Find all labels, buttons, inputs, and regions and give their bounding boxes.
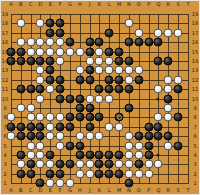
column-label-bottom: A bbox=[9, 188, 12, 193]
white-stone-O2 bbox=[134, 169, 143, 178]
white-stone-H2 bbox=[75, 169, 84, 178]
black-stone-B4 bbox=[16, 151, 25, 160]
white-stone-M3 bbox=[115, 160, 124, 169]
white-stone-B3 bbox=[16, 160, 25, 169]
white-stone-Q11 bbox=[154, 85, 163, 94]
column-label-top: B bbox=[19, 2, 22, 7]
black-stone-S8 bbox=[174, 113, 183, 122]
black-stone-C7 bbox=[26, 122, 35, 131]
row-label-right: 9 bbox=[193, 106, 196, 111]
black-stone-K16 bbox=[95, 38, 104, 47]
row-label-right: 5 bbox=[193, 143, 196, 148]
white-stone-F16 bbox=[56, 38, 65, 47]
white-stone-L14 bbox=[105, 57, 114, 66]
black-stone-N11 bbox=[124, 85, 133, 94]
black-stone-A15 bbox=[7, 47, 16, 56]
black-stone-D7 bbox=[36, 122, 45, 131]
black-stone-F7 bbox=[56, 122, 65, 131]
column-label-top: D bbox=[39, 2, 43, 7]
black-stone-G10 bbox=[65, 94, 74, 103]
column-label-top: N bbox=[127, 2, 131, 7]
grid-line-vertical bbox=[178, 14, 179, 184]
black-stone-B14 bbox=[16, 57, 25, 66]
white-stone-A8 bbox=[7, 113, 16, 122]
black-stone-J13 bbox=[85, 66, 94, 75]
black-stone-H10 bbox=[75, 94, 84, 103]
white-stone-Q3 bbox=[154, 160, 163, 169]
white-stone-N18 bbox=[124, 19, 133, 28]
white-stone-L13 bbox=[105, 66, 114, 75]
row-label-right: 14 bbox=[192, 59, 198, 64]
black-stone-E13 bbox=[46, 66, 55, 75]
row-label-left: 13 bbox=[2, 68, 8, 73]
column-label-top: O bbox=[137, 2, 141, 7]
black-stone-M12 bbox=[115, 75, 124, 84]
black-stone-F17 bbox=[56, 28, 65, 37]
black-stone-P4 bbox=[144, 151, 153, 160]
column-label-bottom: G bbox=[68, 188, 72, 193]
white-stone-H15 bbox=[75, 47, 84, 56]
black-stone-N16 bbox=[124, 38, 133, 47]
black-stone-D6 bbox=[36, 132, 45, 141]
white-stone-B18 bbox=[16, 19, 25, 28]
hoshi-point bbox=[157, 154, 160, 157]
black-stone-F12 bbox=[56, 75, 65, 84]
row-label-left: 9 bbox=[3, 106, 6, 111]
black-stone-M14 bbox=[115, 57, 124, 66]
black-stone-P6 bbox=[144, 132, 153, 141]
hoshi-point bbox=[157, 97, 160, 100]
white-stone-Q8 bbox=[154, 113, 163, 122]
black-stone-C2 bbox=[26, 169, 35, 178]
row-label-left: 10 bbox=[2, 96, 8, 101]
white-stone-L10 bbox=[105, 94, 114, 103]
row-label-right: 2 bbox=[193, 171, 196, 176]
white-stone-E7 bbox=[46, 122, 55, 131]
column-label-top: H bbox=[78, 2, 82, 7]
black-stone-E4 bbox=[46, 151, 55, 160]
row-label-right: 6 bbox=[193, 134, 196, 139]
white-stone-E11 bbox=[46, 85, 55, 94]
black-stone-J7 bbox=[85, 122, 94, 131]
column-label-top: T bbox=[186, 2, 189, 7]
black-stone-B6 bbox=[16, 132, 25, 141]
column-label-top: F bbox=[59, 2, 62, 7]
black-stone-F18 bbox=[56, 19, 65, 28]
white-stone-P3 bbox=[144, 160, 153, 169]
white-stone-A6 bbox=[7, 132, 16, 141]
black-stone-D11 bbox=[36, 85, 45, 94]
white-stone-R11 bbox=[164, 85, 173, 94]
white-stone-N2 bbox=[124, 169, 133, 178]
white-stone-O17 bbox=[134, 28, 143, 37]
black-stone-J4 bbox=[85, 151, 94, 160]
white-stone-O5 bbox=[134, 141, 143, 150]
black-stone-H4 bbox=[75, 151, 84, 160]
white-stone-D8 bbox=[36, 113, 45, 122]
black-stone-N9 bbox=[124, 104, 133, 113]
black-stone-C11 bbox=[26, 85, 35, 94]
row-label-right: 17 bbox=[192, 30, 198, 35]
black-stone-M11 bbox=[115, 85, 124, 94]
column-label-top: C bbox=[29, 2, 33, 7]
column-label-bottom: Q bbox=[157, 188, 161, 193]
black-stone-O12 bbox=[134, 75, 143, 84]
black-stone-C6 bbox=[26, 132, 35, 141]
column-label-top: E bbox=[49, 2, 52, 7]
white-stone-P2 bbox=[144, 169, 153, 178]
column-label-top: K bbox=[98, 2, 101, 7]
white-stone-F15 bbox=[56, 47, 65, 56]
row-label-right: 16 bbox=[192, 40, 198, 45]
row-label-left: 12 bbox=[2, 77, 8, 82]
column-label-bottom: J bbox=[89, 188, 90, 193]
white-stone-N4 bbox=[124, 151, 133, 160]
white-stone-D15 bbox=[36, 47, 45, 56]
row-label-left: 19 bbox=[2, 12, 8, 17]
black-stone-L12 bbox=[105, 75, 114, 84]
black-stone-Q6 bbox=[154, 132, 163, 141]
row-label-right: 18 bbox=[192, 21, 198, 26]
white-stone-C4 bbox=[26, 151, 35, 160]
column-label-bottom: E bbox=[49, 188, 52, 193]
white-stone-D10 bbox=[36, 94, 45, 103]
black-stone-G8 bbox=[65, 113, 74, 122]
white-stone-F8 bbox=[56, 113, 65, 122]
column-label-top: R bbox=[167, 2, 170, 7]
white-stone-S12 bbox=[174, 75, 183, 84]
black-stone-Q16 bbox=[154, 38, 163, 47]
white-stone-D18 bbox=[36, 19, 45, 28]
white-stone-E8 bbox=[46, 113, 55, 122]
row-label-right: 13 bbox=[192, 68, 198, 73]
column-label-top: J bbox=[89, 2, 90, 7]
white-stone-O4 bbox=[134, 151, 143, 160]
white-stone-F6 bbox=[56, 132, 65, 141]
white-stone-C15 bbox=[26, 47, 35, 56]
column-label-bottom: M bbox=[117, 188, 121, 193]
black-stone-J15 bbox=[85, 47, 94, 56]
white-stone-N6 bbox=[124, 132, 133, 141]
black-stone-F10 bbox=[56, 94, 65, 103]
white-stone-H13 bbox=[75, 66, 84, 75]
row-label-right: 4 bbox=[193, 153, 196, 158]
white-stone-G15 bbox=[65, 47, 74, 56]
row-label-left: 2 bbox=[3, 171, 6, 176]
white-stone-D13 bbox=[36, 66, 45, 75]
black-stone-M15 bbox=[115, 47, 124, 56]
black-stone-J9 bbox=[85, 104, 94, 113]
white-stone-F14 bbox=[56, 57, 65, 66]
white-stone-M7 bbox=[115, 122, 124, 131]
white-stone-E15 bbox=[46, 47, 55, 56]
column-label-bottom: C bbox=[29, 188, 33, 193]
black-stone-K4 bbox=[95, 151, 104, 160]
white-stone-C8 bbox=[26, 113, 35, 122]
white-stone-O13 bbox=[134, 66, 143, 75]
black-stone-G3 bbox=[65, 160, 74, 169]
black-stone-R10 bbox=[164, 94, 173, 103]
white-stone-B9 bbox=[16, 104, 25, 113]
row-label-left: 5 bbox=[3, 143, 6, 148]
white-stone-E1 bbox=[46, 179, 55, 188]
black-stone-B7 bbox=[16, 122, 25, 131]
white-stone-K13 bbox=[95, 66, 104, 75]
row-label-left: 11 bbox=[2, 87, 8, 92]
black-stone-L15 bbox=[105, 47, 114, 56]
grid-line-horizontal bbox=[11, 108, 189, 109]
white-stone-D4 bbox=[36, 151, 45, 160]
black-stone-Q14 bbox=[154, 57, 163, 66]
white-stone-B16 bbox=[16, 38, 25, 47]
black-stone-L4 bbox=[105, 151, 114, 160]
row-label-right: 3 bbox=[193, 162, 196, 167]
white-stone-F5 bbox=[56, 141, 65, 150]
row-label-right: 7 bbox=[193, 124, 196, 129]
black-stone-H12 bbox=[75, 75, 84, 84]
black-stone-S5 bbox=[174, 141, 183, 150]
last-move-marker bbox=[117, 115, 122, 120]
white-stone-L7 bbox=[105, 122, 114, 131]
white-stone-C9 bbox=[26, 104, 35, 113]
white-stone-G1 bbox=[65, 179, 74, 188]
black-stone-B15 bbox=[16, 47, 25, 56]
column-label-bottom: F bbox=[59, 188, 62, 193]
white-stone-K15 bbox=[95, 47, 104, 56]
column-label-top: L bbox=[108, 2, 111, 7]
black-stone-L2 bbox=[105, 169, 114, 178]
white-stone-D12 bbox=[36, 75, 45, 84]
column-label-bottom: O bbox=[137, 188, 141, 193]
white-stone-J6 bbox=[85, 132, 94, 141]
white-stone-M13 bbox=[115, 66, 124, 75]
column-label-bottom: N bbox=[127, 188, 131, 193]
black-stone-L11 bbox=[105, 85, 114, 94]
black-stone-K11 bbox=[95, 85, 104, 94]
white-stone-E6 bbox=[46, 132, 55, 141]
black-stone-P5 bbox=[144, 141, 153, 150]
black-stone-M2 bbox=[115, 169, 124, 178]
white-stone-E3 bbox=[46, 160, 55, 169]
column-label-top: G bbox=[68, 2, 72, 7]
black-stone-L17 bbox=[105, 28, 114, 37]
column-label-bottom: T bbox=[186, 188, 189, 193]
white-stone-N13 bbox=[124, 66, 133, 75]
black-stone-G5 bbox=[65, 141, 74, 150]
white-stone-H6 bbox=[75, 132, 84, 141]
black-stone-G7 bbox=[65, 122, 74, 131]
white-stone-N12 bbox=[124, 75, 133, 84]
white-stone-K14 bbox=[95, 57, 104, 66]
white-stone-J14 bbox=[85, 57, 94, 66]
black-stone-E17 bbox=[46, 28, 55, 37]
black-stone-J8 bbox=[85, 113, 94, 122]
column-label-top: S bbox=[177, 2, 180, 7]
black-stone-F2 bbox=[56, 169, 65, 178]
white-stone-R12 bbox=[164, 75, 173, 84]
column-label-top: A bbox=[9, 2, 12, 7]
black-stone-E2 bbox=[46, 169, 55, 178]
black-stone-R14 bbox=[164, 57, 173, 66]
column-label-top: P bbox=[147, 2, 150, 7]
column-label-bottom: D bbox=[39, 188, 43, 193]
marked-black-stone-M8 bbox=[115, 113, 124, 122]
black-stone-B11 bbox=[16, 85, 25, 94]
column-label-bottom: S bbox=[177, 188, 180, 193]
column-label-bottom: P bbox=[147, 188, 150, 193]
black-stone-D14 bbox=[36, 57, 45, 66]
column-label-top: Q bbox=[157, 2, 161, 7]
black-stone-N1 bbox=[124, 179, 133, 188]
black-stone-P16 bbox=[144, 38, 153, 47]
black-stone-S11 bbox=[174, 85, 183, 94]
black-stone-N14 bbox=[124, 57, 133, 66]
column-label-bottom: L bbox=[108, 188, 111, 193]
row-label-right: 1 bbox=[193, 181, 196, 186]
black-stone-L3 bbox=[105, 160, 114, 169]
black-stone-C14 bbox=[26, 57, 35, 66]
grid-line-vertical bbox=[188, 14, 189, 184]
black-stone-J12 bbox=[85, 75, 94, 84]
black-stone-A14 bbox=[7, 57, 16, 66]
go-board-screenshot: AABBCCDDEEFFGGHHJJKKLLMMNNOOPPQQRRSSTT19… bbox=[0, 0, 200, 195]
black-stone-H8 bbox=[75, 113, 84, 122]
white-stone-C5 bbox=[26, 141, 35, 150]
black-stone-O16 bbox=[134, 38, 143, 47]
column-label-bottom: R bbox=[167, 188, 170, 193]
white-stone-D5 bbox=[36, 141, 45, 150]
column-label-top: M bbox=[117, 2, 121, 7]
row-label-right: 19 bbox=[192, 12, 198, 17]
black-stone-H9 bbox=[75, 104, 84, 113]
row-label-right: 15 bbox=[192, 49, 198, 54]
row-label-left: 3 bbox=[3, 162, 6, 167]
white-stone-R5 bbox=[164, 141, 173, 150]
white-stone-R17 bbox=[164, 28, 173, 37]
column-label-bottom: K bbox=[98, 188, 101, 193]
white-stone-R9 bbox=[164, 104, 173, 113]
black-stone-K2 bbox=[95, 169, 104, 178]
white-stone-F1 bbox=[56, 179, 65, 188]
row-label-right: 10 bbox=[192, 96, 198, 101]
white-stone-Q17 bbox=[154, 28, 163, 37]
black-stone-O6 bbox=[134, 132, 143, 141]
white-stone-K10 bbox=[95, 94, 104, 103]
black-stone-M4 bbox=[115, 151, 124, 160]
white-stone-S17 bbox=[174, 28, 183, 37]
row-label-right: 8 bbox=[193, 115, 196, 120]
black-stone-E14 bbox=[46, 57, 55, 66]
black-stone-P7 bbox=[144, 122, 153, 131]
black-stone-K8 bbox=[95, 113, 104, 122]
black-stone-R6 bbox=[164, 132, 173, 141]
black-stone-H5 bbox=[75, 141, 84, 150]
white-stone-C16 bbox=[26, 38, 35, 47]
black-stone-F11 bbox=[56, 85, 65, 94]
white-stone-J2 bbox=[85, 169, 94, 178]
black-stone-J16 bbox=[85, 38, 94, 47]
white-stone-D16 bbox=[36, 38, 45, 47]
black-stone-B2 bbox=[16, 169, 25, 178]
row-label-right: 12 bbox=[192, 77, 198, 82]
white-stone-J10 bbox=[85, 94, 94, 103]
black-stone-F3 bbox=[56, 160, 65, 169]
black-stone-E18 bbox=[46, 19, 55, 28]
row-label-right: 11 bbox=[192, 87, 198, 92]
black-stone-G16 bbox=[65, 38, 74, 47]
white-stone-J3 bbox=[85, 160, 94, 169]
column-label-bottom: H bbox=[78, 188, 82, 193]
white-stone-N5 bbox=[124, 141, 133, 150]
row-label-left: 4 bbox=[3, 153, 6, 158]
white-stone-K6 bbox=[95, 132, 104, 141]
black-stone-D1 bbox=[36, 179, 45, 188]
black-stone-Q7 bbox=[154, 122, 163, 131]
row-label-left: 16 bbox=[2, 40, 8, 45]
row-label-left: 17 bbox=[2, 30, 8, 35]
black-stone-A7 bbox=[7, 122, 16, 131]
white-stone-R8 bbox=[164, 113, 173, 122]
white-stone-D3 bbox=[36, 160, 45, 169]
black-stone-C3 bbox=[26, 160, 35, 169]
white-stone-E16 bbox=[46, 38, 55, 47]
row-label-left: 1 bbox=[3, 181, 6, 186]
white-stone-N3 bbox=[124, 160, 133, 169]
white-stone-H3 bbox=[75, 160, 84, 169]
row-label-left: 18 bbox=[2, 21, 8, 26]
black-stone-E12 bbox=[46, 75, 55, 84]
column-label-bottom: B bbox=[19, 188, 22, 193]
black-stone-K3 bbox=[95, 160, 104, 169]
black-stone-O3 bbox=[134, 160, 143, 169]
